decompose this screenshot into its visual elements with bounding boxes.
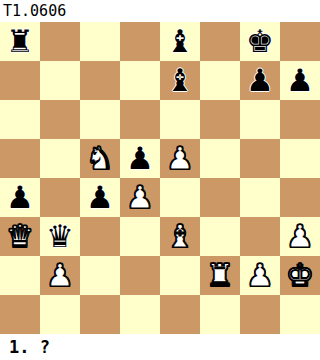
black-bishop-piece: ♝: [166, 61, 194, 100]
square-c8[interactable]: [80, 22, 120, 61]
square-f3[interactable]: [200, 217, 240, 256]
black-pawn-piece: ♟: [286, 61, 314, 100]
square-d4[interactable]: ♟: [120, 178, 160, 217]
white-pawn-piece: ♟: [166, 139, 194, 178]
square-a7[interactable]: [0, 61, 40, 100]
square-a3[interactable]: ♛: [0, 217, 40, 256]
square-e5[interactable]: ♟: [160, 139, 200, 178]
square-b8[interactable]: [40, 22, 80, 61]
square-c6[interactable]: [80, 100, 120, 139]
square-a5[interactable]: [0, 139, 40, 178]
square-a1[interactable]: [0, 295, 40, 334]
square-f2[interactable]: ♜: [200, 256, 240, 295]
black-rook-piece: ♜: [6, 22, 34, 61]
square-b6[interactable]: [40, 100, 80, 139]
white-pawn-piece: ♟: [246, 256, 274, 295]
square-b5[interactable]: [40, 139, 80, 178]
square-e7[interactable]: ♝: [160, 61, 200, 100]
square-e1[interactable]: [160, 295, 200, 334]
square-e4[interactable]: [160, 178, 200, 217]
square-e2[interactable]: [160, 256, 200, 295]
square-h5[interactable]: [280, 139, 320, 178]
square-b1[interactable]: [40, 295, 80, 334]
square-a2[interactable]: [0, 256, 40, 295]
square-d3[interactable]: [120, 217, 160, 256]
puzzle-id-title: T1.0606: [3, 2, 66, 20]
square-g5[interactable]: [240, 139, 280, 178]
black-queen-piece: ♛: [46, 217, 74, 256]
square-f6[interactable]: [200, 100, 240, 139]
square-d2[interactable]: [120, 256, 160, 295]
square-h8[interactable]: [280, 22, 320, 61]
square-d6[interactable]: [120, 100, 160, 139]
black-pawn-piece: ♟: [126, 139, 154, 178]
square-c4[interactable]: ♟: [80, 178, 120, 217]
white-knight-piece: ♞: [86, 139, 114, 178]
square-d5[interactable]: ♟: [120, 139, 160, 178]
move-prompt: 1. ?: [9, 337, 50, 357]
square-a8[interactable]: ♜: [0, 22, 40, 61]
white-bishop-piece: ♝: [166, 217, 194, 256]
square-g7[interactable]: ♟: [240, 61, 280, 100]
square-h7[interactable]: ♟: [280, 61, 320, 100]
white-rook-piece: ♜: [206, 256, 234, 295]
black-bishop-piece: ♝: [166, 22, 194, 61]
black-pawn-piece: ♟: [246, 61, 274, 100]
square-a6[interactable]: [0, 100, 40, 139]
square-g3[interactable]: [240, 217, 280, 256]
square-a4[interactable]: ♟: [0, 178, 40, 217]
white-king-piece: ♚: [286, 256, 314, 295]
square-d1[interactable]: [120, 295, 160, 334]
white-pawn-piece: ♟: [286, 217, 314, 256]
square-c7[interactable]: [80, 61, 120, 100]
black-pawn-piece: ♟: [6, 178, 34, 217]
black-pawn-piece: ♟: [86, 178, 114, 217]
square-f4[interactable]: [200, 178, 240, 217]
square-c3[interactable]: [80, 217, 120, 256]
square-h1[interactable]: [280, 295, 320, 334]
square-b2[interactable]: ♟: [40, 256, 80, 295]
square-d7[interactable]: [120, 61, 160, 100]
square-e8[interactable]: ♝: [160, 22, 200, 61]
white-pawn-piece: ♟: [46, 256, 74, 295]
square-c5[interactable]: ♞: [80, 139, 120, 178]
black-king-piece: ♚: [246, 22, 274, 61]
square-c1[interactable]: [80, 295, 120, 334]
square-b7[interactable]: [40, 61, 80, 100]
square-h3[interactable]: ♟: [280, 217, 320, 256]
square-d8[interactable]: [120, 22, 160, 61]
square-g8[interactable]: ♚: [240, 22, 280, 61]
square-g4[interactable]: [240, 178, 280, 217]
square-c2[interactable]: [80, 256, 120, 295]
square-b4[interactable]: [40, 178, 80, 217]
square-b3[interactable]: ♛: [40, 217, 80, 256]
square-f8[interactable]: [200, 22, 240, 61]
square-f7[interactable]: [200, 61, 240, 100]
square-g2[interactable]: ♟: [240, 256, 280, 295]
chess-board: ♜♝♚♝♟♟♞♟♟♟♟♟♛♛♝♟♟♜♟♚: [0, 22, 320, 334]
square-h2[interactable]: ♚: [280, 256, 320, 295]
square-h4[interactable]: [280, 178, 320, 217]
square-e3[interactable]: ♝: [160, 217, 200, 256]
square-e6[interactable]: [160, 100, 200, 139]
square-f5[interactable]: [200, 139, 240, 178]
white-queen-piece: ♛: [6, 217, 34, 256]
white-pawn-piece: ♟: [126, 178, 154, 217]
square-f1[interactable]: [200, 295, 240, 334]
square-g1[interactable]: [240, 295, 280, 334]
square-h6[interactable]: [280, 100, 320, 139]
square-g6[interactable]: [240, 100, 280, 139]
